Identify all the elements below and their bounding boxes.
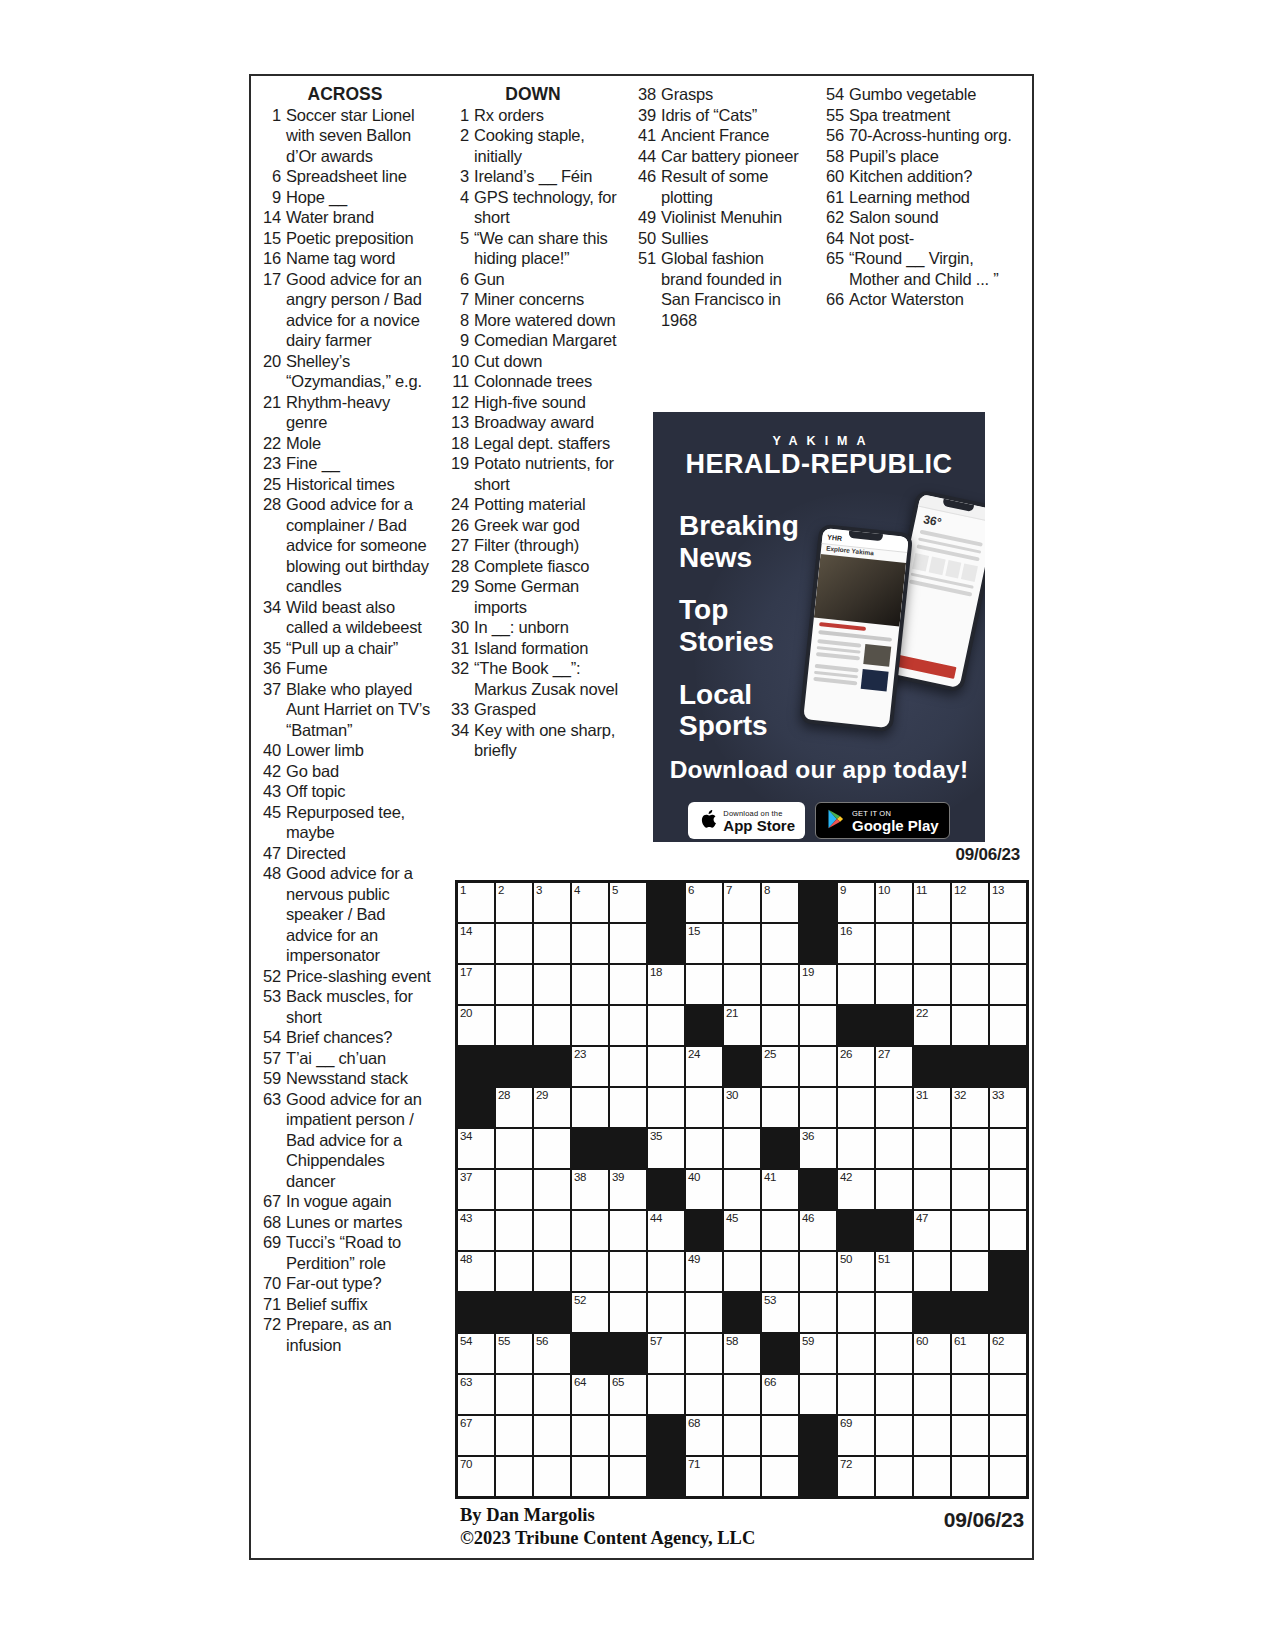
- cell-r11-c5[interactable]: [610, 1293, 646, 1332]
- cell-r2-c11[interactable]: 16: [838, 924, 874, 963]
- cell-r4-c10[interactable]: [800, 1006, 836, 1045]
- cell-r12-c1[interactable]: 54: [458, 1334, 494, 1373]
- black-cell-r10-c15: [990, 1252, 1026, 1291]
- cell-r12-c3[interactable]: 56: [534, 1334, 570, 1373]
- clue-text: Pupil’s place: [849, 146, 1027, 167]
- cell-r9-c8[interactable]: 45: [724, 1211, 760, 1250]
- cell-r2-c2[interactable]: [496, 924, 532, 963]
- cell-r7-c13[interactable]: [914, 1129, 950, 1168]
- cell-number: 12: [954, 884, 966, 896]
- cell-r7-c3[interactable]: [534, 1129, 570, 1168]
- cell-r7-c1[interactable]: 34: [458, 1129, 494, 1168]
- cell-number: 39: [612, 1171, 624, 1183]
- clue-text: Comedian Margaret: [474, 330, 620, 351]
- cell-number: 68: [688, 1417, 700, 1429]
- cell-number: 9: [840, 884, 846, 896]
- clue-down-4: 4GPS technology, for short: [442, 187, 624, 228]
- clue-text: High-five sound: [474, 392, 620, 413]
- cell-r13-c15[interactable]: [990, 1375, 1026, 1414]
- cell-number: 52: [574, 1294, 586, 1306]
- cell-r13-c9[interactable]: 66: [762, 1375, 798, 1414]
- cell-r3-c6[interactable]: 18: [648, 965, 684, 1004]
- black-cell-r15-c10: [800, 1457, 836, 1496]
- cell-number: 13: [992, 884, 1004, 896]
- cell-r12-c15[interactable]: 62: [990, 1334, 1026, 1373]
- clue-text: Ancient France: [661, 125, 807, 146]
- cell-r1-c14[interactable]: 12: [952, 883, 988, 922]
- cell-number: 43: [460, 1212, 472, 1224]
- cell-r8-c2[interactable]: [496, 1170, 532, 1209]
- cell-r13-c7[interactable]: [686, 1375, 722, 1414]
- google-play-badge[interactable]: GET IT ON Google Play: [815, 802, 950, 839]
- clue-text: Spreadsheet line: [286, 166, 432, 187]
- cell-r3-c3[interactable]: [534, 965, 570, 1004]
- cell-r2-c1[interactable]: 14: [458, 924, 494, 963]
- cell-r13-c13[interactable]: [914, 1375, 950, 1414]
- cell-r7-c7[interactable]: [686, 1129, 722, 1168]
- cell-number: 11: [916, 884, 927, 896]
- clue-text: Kitchen addition?: [849, 166, 1027, 187]
- cell-r14-c15[interactable]: [990, 1416, 1026, 1455]
- cell-r15-c3[interactable]: [534, 1457, 570, 1496]
- cell-r8-c5[interactable]: 39: [610, 1170, 646, 1209]
- cell-r7-c12[interactable]: [876, 1129, 912, 1168]
- cell-number: 56: [536, 1335, 548, 1347]
- cell-r1-c2[interactable]: 2: [496, 883, 532, 922]
- black-cell-r5-c8: [724, 1047, 760, 1086]
- clue-down-66: 66Actor Waterston: [817, 289, 1032, 310]
- cell-r5-c10[interactable]: [800, 1047, 836, 1086]
- cell-r14-c5[interactable]: [610, 1416, 646, 1455]
- cell-r2-c12[interactable]: [876, 924, 912, 963]
- clue-number: 49: [629, 207, 656, 228]
- cell-r5-c4[interactable]: 23: [572, 1047, 608, 1086]
- cell-r12-c11[interactable]: [838, 1334, 874, 1373]
- cell-r4-c6[interactable]: [648, 1006, 684, 1045]
- cell-r12-c14[interactable]: 61: [952, 1334, 988, 1373]
- clue-number: 40: [254, 740, 281, 761]
- clue-number: 4: [442, 187, 469, 228]
- clue-across-36: 36Fume: [254, 658, 436, 679]
- clue-list-header-across: ACROSS: [254, 84, 436, 105]
- cell-r7-c14[interactable]: [952, 1129, 988, 1168]
- cell-r11-c7[interactable]: [686, 1293, 722, 1332]
- clue-down-33: 33Grasped: [442, 699, 624, 720]
- cell-number: 28: [498, 1089, 510, 1101]
- cell-r11-c11[interactable]: [838, 1293, 874, 1332]
- cell-r7-c15[interactable]: [990, 1129, 1026, 1168]
- cell-r10-c12[interactable]: 51: [876, 1252, 912, 1291]
- clue-down-44: 44Car battery pioneer: [629, 146, 811, 167]
- clue-number: 26: [442, 515, 469, 536]
- cell-r10-c11[interactable]: 50: [838, 1252, 874, 1291]
- cell-r5-c5[interactable]: [610, 1047, 646, 1086]
- cell-r15-c12[interactable]: [876, 1457, 912, 1496]
- cell-r15-c7[interactable]: 71: [686, 1457, 722, 1496]
- cell-r1-c8[interactable]: 7: [724, 883, 760, 922]
- cell-r13-c6[interactable]: [648, 1375, 684, 1414]
- cell-r13-c11[interactable]: [838, 1375, 874, 1414]
- cell-r4-c1[interactable]: 20: [458, 1006, 494, 1045]
- cell-r4-c9[interactable]: [762, 1006, 798, 1045]
- cell-r1-c11[interactable]: 9: [838, 883, 874, 922]
- cell-r7-c6[interactable]: 35: [648, 1129, 684, 1168]
- cell-r9-c15[interactable]: [990, 1211, 1026, 1250]
- cell-r13-c4[interactable]: 64: [572, 1375, 608, 1414]
- cell-r10-c4[interactable]: [572, 1252, 608, 1291]
- clue-number: 1: [254, 105, 281, 167]
- clue-text: Shelley’s “Ozymandias,” e.g.: [286, 351, 432, 392]
- cell-r4-c15[interactable]: [990, 1006, 1026, 1045]
- ad-cta: Download our app today!: [653, 756, 985, 784]
- cell-r12-c8[interactable]: 58: [724, 1334, 760, 1373]
- cell-r13-c8[interactable]: [724, 1375, 760, 1414]
- clue-text: Water brand: [286, 207, 432, 228]
- clue-text: Brief chances?: [286, 1027, 432, 1048]
- clue-number: 57: [254, 1048, 281, 1069]
- clue-down-46: 46Result of some plotting: [629, 166, 811, 207]
- cell-r4-c2[interactable]: [496, 1006, 532, 1045]
- cell-r1-c9[interactable]: 8: [762, 883, 798, 922]
- cell-r4-c13[interactable]: 22: [914, 1006, 950, 1045]
- cell-r6-c2[interactable]: 28: [496, 1088, 532, 1127]
- clue-number: 44: [629, 146, 656, 167]
- clue-text: Price-slashing event: [286, 966, 432, 987]
- cell-number: 44: [650, 1212, 662, 1224]
- cell-r10-c3[interactable]: [534, 1252, 570, 1291]
- black-cell-r5-c13: [914, 1047, 950, 1086]
- black-cell-r5-c2: [496, 1047, 532, 1086]
- cell-r6-c4[interactable]: [572, 1088, 608, 1127]
- black-cell-r1-c6: [648, 883, 684, 922]
- cell-r3-c1[interactable]: 17: [458, 965, 494, 1004]
- clue-number: 38: [629, 84, 656, 105]
- cell-r3-c10[interactable]: 19: [800, 965, 836, 1004]
- cell-r6-c9[interactable]: [762, 1088, 798, 1127]
- cell-r9-c1[interactable]: 43: [458, 1211, 494, 1250]
- cell-r10-c10[interactable]: [800, 1252, 836, 1291]
- cell-r2-c8[interactable]: [724, 924, 760, 963]
- cell-number: 47: [916, 1212, 928, 1224]
- cell-r13-c10[interactable]: [800, 1375, 836, 1414]
- cell-r1-c5[interactable]: 5: [610, 883, 646, 922]
- clue-number: 23: [254, 453, 281, 474]
- cell-r3-c15[interactable]: [990, 965, 1026, 1004]
- cell-r2-c4[interactable]: [572, 924, 608, 963]
- clue-across-47: 47Directed: [254, 843, 436, 864]
- cell-r10-c14[interactable]: [952, 1252, 988, 1291]
- cell-r10-c9[interactable]: [762, 1252, 798, 1291]
- clue-text: Island formation: [474, 638, 620, 659]
- clue-number: 9: [254, 187, 281, 208]
- cell-number: 20: [460, 1007, 472, 1019]
- cell-r12-c13[interactable]: 60: [914, 1334, 950, 1373]
- clue-text: Prepare, as an infusion: [286, 1314, 432, 1355]
- cell-r2-c7[interactable]: 15: [686, 924, 722, 963]
- cell-r6-c12[interactable]: [876, 1088, 912, 1127]
- cell-r13-c14[interactable]: [952, 1375, 988, 1414]
- cell-r1-c13[interactable]: 11: [914, 883, 950, 922]
- clue-text: More watered down: [474, 310, 620, 331]
- cell-r15-c9[interactable]: [762, 1457, 798, 1496]
- clue-down-61: 61Learning method: [817, 187, 1032, 208]
- app-store-badge[interactable]: Download on the App Store: [688, 802, 805, 839]
- cell-r4-c14[interactable]: [952, 1006, 988, 1045]
- cell-r3-c9[interactable]: [762, 965, 798, 1004]
- cell-r4-c5[interactable]: [610, 1006, 646, 1045]
- cell-r9-c10[interactable]: 46: [800, 1211, 836, 1250]
- cell-number: 66: [764, 1376, 776, 1388]
- cell-r12-c7[interactable]: [686, 1334, 722, 1373]
- cell-number: 1: [460, 884, 466, 896]
- clue-number: 71: [254, 1294, 281, 1315]
- cell-r15-c5[interactable]: [610, 1457, 646, 1496]
- cell-r14-c14[interactable]: [952, 1416, 988, 1455]
- cell-r3-c13[interactable]: [914, 965, 950, 1004]
- clue-down-30: 30In __: unborn: [442, 617, 624, 638]
- cell-r12-c6[interactable]: 57: [648, 1334, 684, 1373]
- cell-r8-c3[interactable]: [534, 1170, 570, 1209]
- cell-r12-c10[interactable]: 59: [800, 1334, 836, 1373]
- cell-r9-c9[interactable]: [762, 1211, 798, 1250]
- cell-r10-c6[interactable]: [648, 1252, 684, 1291]
- cell-r6-c5[interactable]: [610, 1088, 646, 1127]
- cell-r15-c1[interactable]: 70: [458, 1457, 494, 1496]
- cell-number: 10: [878, 884, 890, 896]
- cell-r4-c8[interactable]: 21: [724, 1006, 760, 1045]
- cell-r8-c8[interactable]: [724, 1170, 760, 1209]
- cell-r7-c8[interactable]: [724, 1129, 760, 1168]
- cell-r1-c1[interactable]: 1: [458, 883, 494, 922]
- black-cell-r12-c4: [572, 1334, 608, 1373]
- clue-across-57: 57T’ai __ ch’uan: [254, 1048, 436, 1069]
- cell-r14-c8[interactable]: [724, 1416, 760, 1455]
- cell-r14-c2[interactable]: [496, 1416, 532, 1455]
- cell-r15-c11[interactable]: 72: [838, 1457, 874, 1496]
- cell-r7-c10[interactable]: 36: [800, 1129, 836, 1168]
- cell-r2-c3[interactable]: [534, 924, 570, 963]
- cell-r3-c12[interactable]: [876, 965, 912, 1004]
- cell-r8-c13[interactable]: [914, 1170, 950, 1209]
- clue-text: Off topic: [286, 781, 432, 802]
- cell-r5-c9[interactable]: 25: [762, 1047, 798, 1086]
- byline-author: By Dan Margolis: [460, 1504, 755, 1527]
- cell-r5-c12[interactable]: 27: [876, 1047, 912, 1086]
- cell-r9-c14[interactable]: [952, 1211, 988, 1250]
- cell-r12-c2[interactable]: 55: [496, 1334, 532, 1373]
- clue-across-40: 40Lower limb: [254, 740, 436, 761]
- clue-text: Good advice for a complainer / Bad advic…: [286, 494, 432, 597]
- clue-across-16: 16Name tag word: [254, 248, 436, 269]
- cell-r10-c2[interactable]: [496, 1252, 532, 1291]
- clue-text: Back muscles, for short: [286, 986, 432, 1027]
- clue-across-14: 14Water brand: [254, 207, 436, 228]
- cell-r10-c7[interactable]: 49: [686, 1252, 722, 1291]
- black-cell-r9-c11: [838, 1211, 874, 1250]
- byline: By Dan Margolis ©2023 Tribune Content Ag…: [460, 1504, 755, 1550]
- clue-down-6: 6Gun: [442, 269, 624, 290]
- cell-r3-c8[interactable]: [724, 965, 760, 1004]
- cell-r2-c15[interactable]: [990, 924, 1026, 963]
- cell-r2-c5[interactable]: [610, 924, 646, 963]
- cell-r4-c4[interactable]: [572, 1006, 608, 1045]
- clue-down-18: 18Legal dept. staffers: [442, 433, 624, 454]
- clue-down-62: 62Salon sound: [817, 207, 1032, 228]
- cell-r7-c11[interactable]: [838, 1129, 874, 1168]
- cell-r5-c6[interactable]: [648, 1047, 684, 1086]
- ad-brand-main: HERALD-REPUBLIC: [653, 449, 985, 480]
- cell-r6-c6[interactable]: [648, 1088, 684, 1127]
- cell-r1-c4[interactable]: 4: [572, 883, 608, 922]
- cell-r13-c5[interactable]: 65: [610, 1375, 646, 1414]
- cell-r9-c4[interactable]: [572, 1211, 608, 1250]
- cell-r14-c13[interactable]: [914, 1416, 950, 1455]
- cell-r1-c15[interactable]: 13: [990, 883, 1026, 922]
- clue-number: 55: [817, 105, 844, 126]
- clue-text: Ireland’s __ Féin: [474, 166, 620, 187]
- cell-r2-c9[interactable]: [762, 924, 798, 963]
- cell-r1-c3[interactable]: 3: [534, 883, 570, 922]
- cell-r12-c12[interactable]: [876, 1334, 912, 1373]
- cell-r10-c13[interactable]: [914, 1252, 950, 1291]
- clue-text: Lower limb: [286, 740, 432, 761]
- cell-r11-c6[interactable]: [648, 1293, 684, 1332]
- cell-number: 63: [460, 1376, 472, 1388]
- clue-down-51: 51Global fashion brand founded in San Fr…: [629, 248, 811, 330]
- cell-r10-c8[interactable]: [724, 1252, 760, 1291]
- cell-r11-c12[interactable]: [876, 1293, 912, 1332]
- cell-r11-c9[interactable]: 53: [762, 1293, 798, 1332]
- cell-r6-c13[interactable]: 31: [914, 1088, 950, 1127]
- clue-down-56: 5670-Across-hunting org.: [817, 125, 1032, 146]
- cell-r8-c14[interactable]: [952, 1170, 988, 1209]
- cell-r3-c2[interactable]: [496, 965, 532, 1004]
- cell-r14-c4[interactable]: [572, 1416, 608, 1455]
- cell-r6-c8[interactable]: 30: [724, 1088, 760, 1127]
- cell-r5-c11[interactable]: 26: [838, 1047, 874, 1086]
- cell-r13-c3[interactable]: [534, 1375, 570, 1414]
- black-cell-r5-c3: [534, 1047, 570, 1086]
- clue-text: Potato nutrients, for short: [474, 453, 620, 494]
- cell-r3-c5[interactable]: [610, 965, 646, 1004]
- cell-number: 60: [916, 1335, 928, 1347]
- cell-r14-c11[interactable]: 69: [838, 1416, 874, 1455]
- cell-r8-c4[interactable]: 38: [572, 1170, 608, 1209]
- cell-r1-c7[interactable]: 6: [686, 883, 722, 922]
- clue-across-67: 67In vogue again: [254, 1191, 436, 1212]
- cell-r15-c4[interactable]: [572, 1457, 608, 1496]
- cell-r2-c13[interactable]: [914, 924, 950, 963]
- clue-number: 47: [254, 843, 281, 864]
- cell-number: 55: [498, 1335, 510, 1347]
- clue-number: 14: [254, 207, 281, 228]
- cell-r8-c15[interactable]: [990, 1170, 1026, 1209]
- cell-r15-c2[interactable]: [496, 1457, 532, 1496]
- clue-text: Mole: [286, 433, 432, 454]
- clue-text: “We can share this hiding place!”: [474, 228, 620, 269]
- clue-number: 32: [442, 658, 469, 699]
- cell-r11-c4[interactable]: 52: [572, 1293, 608, 1332]
- cell-r14-c9[interactable]: [762, 1416, 798, 1455]
- cell-r8-c12[interactable]: [876, 1170, 912, 1209]
- clue-text: Not post-: [849, 228, 1027, 249]
- cell-r9-c2[interactable]: [496, 1211, 532, 1250]
- clue-down-9: 9Comedian Margaret: [442, 330, 624, 351]
- clue-down-54: 54Gumbo vegetable: [817, 84, 1032, 105]
- clue-down-11: 11Colonnade trees: [442, 371, 624, 392]
- cell-r14-c7[interactable]: 68: [686, 1416, 722, 1455]
- cell-r6-c10[interactable]: [800, 1088, 836, 1127]
- cell-r9-c5[interactable]: [610, 1211, 646, 1250]
- cell-number: 61: [954, 1335, 966, 1347]
- clue-across-28: 28Good advice for a complainer / Bad adv…: [254, 494, 436, 597]
- cell-r14-c12[interactable]: [876, 1416, 912, 1455]
- clue-down-24: 24Potting material: [442, 494, 624, 515]
- cell-r3-c7[interactable]: [686, 965, 722, 1004]
- clue-column-down-continued-2: 54Gumbo vegetable55Spa treatment5670-Acr…: [817, 84, 1032, 310]
- cell-r6-c14[interactable]: 32: [952, 1088, 988, 1127]
- clue-text: Grasped: [474, 699, 620, 720]
- app-promo-ad: YAKIMA HERALD-REPUBLIC Breaking News Top…: [653, 412, 985, 842]
- cell-r11-c10[interactable]: [800, 1293, 836, 1332]
- cell-r13-c12[interactable]: [876, 1375, 912, 1414]
- cell-r10-c5[interactable]: [610, 1252, 646, 1291]
- cell-r3-c4[interactable]: [572, 965, 608, 1004]
- clue-across-43: 43Off topic: [254, 781, 436, 802]
- clue-down-28: 28Complete fiasco: [442, 556, 624, 577]
- black-cell-r14-c10: [800, 1416, 836, 1455]
- cell-r15-c8[interactable]: [724, 1457, 760, 1496]
- cell-r8-c11[interactable]: 42: [838, 1170, 874, 1209]
- cell-r9-c6[interactable]: 44: [648, 1211, 684, 1250]
- ad-feature-breaking-news: Breaking News: [679, 510, 824, 573]
- cell-r8-c9[interactable]: 41: [762, 1170, 798, 1209]
- clue-text: T’ai __ ch’uan: [286, 1048, 432, 1069]
- cell-r9-c3[interactable]: [534, 1211, 570, 1250]
- cell-r6-c7[interactable]: [686, 1088, 722, 1127]
- cell-r8-c7[interactable]: 40: [686, 1170, 722, 1209]
- clue-text: Complete fiasco: [474, 556, 620, 577]
- cell-r13-c2[interactable]: [496, 1375, 532, 1414]
- cell-r1-c12[interactable]: 10: [876, 883, 912, 922]
- cell-r14-c1[interactable]: 67: [458, 1416, 494, 1455]
- cell-r13-c1[interactable]: 63: [458, 1375, 494, 1414]
- cell-r4-c3[interactable]: [534, 1006, 570, 1045]
- clue-text: Lunes or martes: [286, 1212, 432, 1233]
- cell-r5-c7[interactable]: 24: [686, 1047, 722, 1086]
- cell-r2-c14[interactable]: [952, 924, 988, 963]
- cell-r6-c11[interactable]: [838, 1088, 874, 1127]
- cell-r15-c13[interactable]: [914, 1457, 950, 1496]
- clue-number: 17: [254, 269, 281, 351]
- cell-r14-c3[interactable]: [534, 1416, 570, 1455]
- cell-r3-c14[interactable]: [952, 965, 988, 1004]
- cell-number: 45: [726, 1212, 738, 1224]
- cell-r15-c14[interactable]: [952, 1457, 988, 1496]
- cell-r7-c2[interactable]: [496, 1129, 532, 1168]
- cell-r9-c13[interactable]: 47: [914, 1211, 950, 1250]
- cell-number: 7: [726, 884, 732, 896]
- cell-r10-c1[interactable]: 48: [458, 1252, 494, 1291]
- cell-r3-c11[interactable]: [838, 965, 874, 1004]
- cell-r6-c3[interactable]: 29: [534, 1088, 570, 1127]
- cell-r6-c15[interactable]: 33: [990, 1088, 1026, 1127]
- clue-across-71: 71Belief suffix: [254, 1294, 436, 1315]
- clue-across-54: 54Brief chances?: [254, 1027, 436, 1048]
- cell-r8-c1[interactable]: 37: [458, 1170, 494, 1209]
- store-badges: Download on the App Store GET IT ON Goog…: [653, 802, 985, 839]
- cell-r15-c15[interactable]: [990, 1457, 1026, 1496]
